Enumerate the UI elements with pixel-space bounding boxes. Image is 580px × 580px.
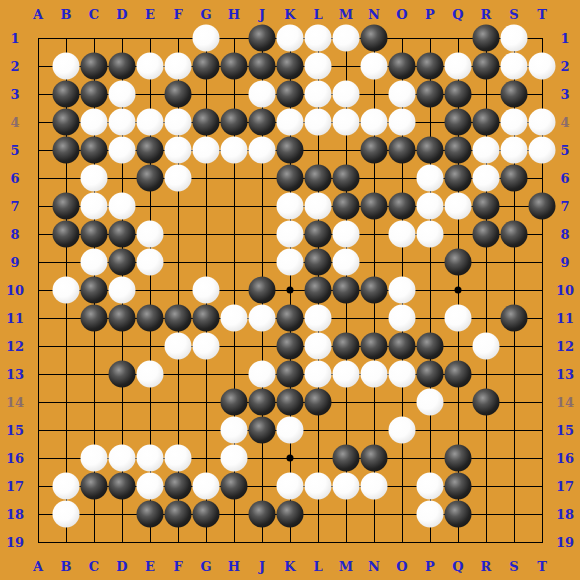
stone-white-L3[interactable] xyxy=(305,81,332,108)
stone-black-O2[interactable] xyxy=(389,53,416,80)
stone-black-K18[interactable] xyxy=(277,501,304,528)
col-label-top: C xyxy=(89,7,99,22)
stone-black-P12[interactable] xyxy=(417,333,444,360)
row-label-right: 3 xyxy=(560,87,569,102)
col-label-bottom: B xyxy=(61,559,72,574)
stone-white-E4[interactable] xyxy=(137,109,164,136)
star-point xyxy=(287,455,294,462)
stone-white-O3[interactable] xyxy=(389,81,416,108)
stone-white-N13[interactable] xyxy=(361,361,388,388)
row-label-right: 19 xyxy=(556,535,574,550)
stone-black-P2[interactable] xyxy=(417,53,444,80)
stone-black-D11[interactable] xyxy=(109,305,136,332)
col-label-bottom: J xyxy=(259,559,265,574)
stone-black-H14[interactable] xyxy=(221,389,248,416)
stone-white-M1[interactable] xyxy=(333,25,360,52)
stone-black-P5[interactable] xyxy=(417,137,444,164)
stone-white-E8[interactable] xyxy=(137,221,164,248)
stone-black-J18[interactable] xyxy=(249,501,276,528)
stone-black-C5[interactable] xyxy=(81,137,108,164)
stone-white-D4[interactable] xyxy=(109,109,136,136)
row-label-right: 18 xyxy=(556,507,574,522)
stone-white-S2[interactable] xyxy=(501,53,528,80)
stone-black-D8[interactable] xyxy=(109,221,136,248)
stone-black-S8[interactable] xyxy=(501,221,528,248)
stone-white-P7[interactable] xyxy=(417,193,444,220)
stone-black-K11[interactable] xyxy=(277,305,304,332)
stone-white-Q2[interactable] xyxy=(445,53,472,80)
stone-white-E17[interactable] xyxy=(137,473,164,500)
row-label-left: 5 xyxy=(10,143,19,158)
stone-black-H4[interactable] xyxy=(221,109,248,136)
col-label-bottom: D xyxy=(116,559,127,574)
stone-black-L6[interactable] xyxy=(305,165,332,192)
star-point xyxy=(455,287,462,294)
col-label-top: T xyxy=(537,7,547,22)
stone-white-C7[interactable] xyxy=(81,193,108,220)
stone-black-T7[interactable] xyxy=(529,193,556,220)
stone-white-C4[interactable] xyxy=(81,109,108,136)
col-label-bottom: H xyxy=(228,559,240,574)
stone-white-H16[interactable] xyxy=(221,445,248,472)
stone-white-D5[interactable] xyxy=(109,137,136,164)
stone-black-R1[interactable] xyxy=(473,25,500,52)
stone-white-K9[interactable] xyxy=(277,249,304,276)
stone-white-N4[interactable] xyxy=(361,109,388,136)
stone-black-Q6[interactable] xyxy=(445,165,472,192)
row-label-left: 4 xyxy=(10,115,19,130)
stone-black-N5[interactable] xyxy=(361,137,388,164)
stone-black-K14[interactable] xyxy=(277,389,304,416)
stone-black-M6[interactable] xyxy=(333,165,360,192)
stone-black-C17[interactable] xyxy=(81,473,108,500)
stone-white-M9[interactable] xyxy=(333,249,360,276)
stone-white-R12[interactable] xyxy=(473,333,500,360)
row-label-right: 2 xyxy=(560,59,569,74)
row-label-left: 6 xyxy=(10,171,19,186)
stone-black-S11[interactable] xyxy=(501,305,528,332)
stone-white-B18[interactable] xyxy=(53,501,80,528)
row-label-left: 3 xyxy=(10,87,19,102)
col-label-bottom: P xyxy=(425,559,435,574)
stone-black-P3[interactable] xyxy=(417,81,444,108)
stone-black-F3[interactable] xyxy=(165,81,192,108)
col-label-bottom: T xyxy=(537,559,547,574)
row-label-left: 7 xyxy=(10,199,19,214)
row-label-left: 9 xyxy=(10,255,19,270)
col-label-top: H xyxy=(228,7,240,22)
stone-white-G5[interactable] xyxy=(193,137,220,164)
stone-black-E5[interactable] xyxy=(137,137,164,164)
stone-black-S6[interactable] xyxy=(501,165,528,192)
stone-white-J11[interactable] xyxy=(249,305,276,332)
stone-white-M8[interactable] xyxy=(333,221,360,248)
stone-white-C9[interactable] xyxy=(81,249,108,276)
stone-white-E2[interactable] xyxy=(137,53,164,80)
stone-black-K2[interactable] xyxy=(277,53,304,80)
stone-white-Q7[interactable] xyxy=(445,193,472,220)
stone-black-G18[interactable] xyxy=(193,501,220,528)
row-label-left: 18 xyxy=(6,507,24,522)
stone-black-F18[interactable] xyxy=(165,501,192,528)
stone-white-O11[interactable] xyxy=(389,305,416,332)
stone-white-S4[interactable] xyxy=(501,109,528,136)
col-label-bottom: F xyxy=(173,559,182,574)
stone-black-P13[interactable] xyxy=(417,361,444,388)
stone-black-K12[interactable] xyxy=(277,333,304,360)
stone-black-Q4[interactable] xyxy=(445,109,472,136)
col-label-top: Q xyxy=(452,7,463,22)
col-label-top: A xyxy=(33,7,43,22)
stone-black-O5[interactable] xyxy=(389,137,416,164)
stone-white-O10[interactable] xyxy=(389,277,416,304)
stone-black-J14[interactable] xyxy=(249,389,276,416)
stone-white-G17[interactable] xyxy=(193,473,220,500)
col-label-top: B xyxy=(61,7,72,22)
stone-white-T2[interactable] xyxy=(529,53,556,80)
stone-black-M7[interactable] xyxy=(333,193,360,220)
stone-white-J5[interactable] xyxy=(249,137,276,164)
col-label-bottom: N xyxy=(368,559,380,574)
stone-white-L2[interactable] xyxy=(305,53,332,80)
stone-black-H2[interactable] xyxy=(221,53,248,80)
stone-white-H11[interactable] xyxy=(221,305,248,332)
col-label-top: P xyxy=(425,7,435,22)
stone-white-F6[interactable] xyxy=(165,165,192,192)
col-label-top: K xyxy=(284,7,295,22)
stone-white-N2[interactable] xyxy=(361,53,388,80)
stone-white-L17[interactable] xyxy=(305,473,332,500)
stone-white-B10[interactable] xyxy=(53,277,80,304)
stone-white-H5[interactable] xyxy=(221,137,248,164)
stone-black-K5[interactable] xyxy=(277,137,304,164)
col-label-bottom: S xyxy=(509,559,518,574)
stone-white-D16[interactable] xyxy=(109,445,136,472)
stone-black-M10[interactable] xyxy=(333,277,360,304)
stone-white-F16[interactable] xyxy=(165,445,192,472)
stone-white-S1[interactable] xyxy=(501,25,528,52)
stone-black-D13[interactable] xyxy=(109,361,136,388)
stone-white-M13[interactable] xyxy=(333,361,360,388)
col-label-bottom: G xyxy=(200,559,211,574)
row-label-left: 13 xyxy=(6,367,24,382)
stone-black-B8[interactable] xyxy=(53,221,80,248)
stone-black-J1[interactable] xyxy=(249,25,276,52)
stone-black-Q17[interactable] xyxy=(445,473,472,500)
stone-black-N7[interactable] xyxy=(361,193,388,220)
stone-black-H17[interactable] xyxy=(221,473,248,500)
stone-black-C2[interactable] xyxy=(81,53,108,80)
stone-white-K1[interactable] xyxy=(277,25,304,52)
stone-black-R2[interactable] xyxy=(473,53,500,80)
stone-black-D17[interactable] xyxy=(109,473,136,500)
col-label-top: D xyxy=(116,7,127,22)
col-label-top: L xyxy=(313,7,322,22)
col-label-top: N xyxy=(368,7,380,22)
stone-black-C8[interactable] xyxy=(81,221,108,248)
stone-white-P17[interactable] xyxy=(417,473,444,500)
col-label-top: O xyxy=(396,7,407,22)
stone-white-C16[interactable] xyxy=(81,445,108,472)
stone-white-O8[interactable] xyxy=(389,221,416,248)
stone-white-K8[interactable] xyxy=(277,221,304,248)
stone-black-J2[interactable] xyxy=(249,53,276,80)
stone-white-D3[interactable] xyxy=(109,81,136,108)
stone-black-B5[interactable] xyxy=(53,137,80,164)
row-label-right: 11 xyxy=(556,311,574,326)
stone-white-K7[interactable] xyxy=(277,193,304,220)
stone-black-M16[interactable] xyxy=(333,445,360,472)
col-label-top: R xyxy=(481,7,492,22)
stone-black-F11[interactable] xyxy=(165,305,192,332)
col-label-bottom: A xyxy=(33,559,43,574)
stone-black-N1[interactable] xyxy=(361,25,388,52)
stone-white-K17[interactable] xyxy=(277,473,304,500)
col-label-bottom: K xyxy=(284,559,295,574)
stone-black-C10[interactable] xyxy=(81,277,108,304)
row-label-left: 19 xyxy=(6,535,24,550)
row-label-right: 16 xyxy=(556,451,574,466)
col-label-bottom: O xyxy=(396,559,407,574)
stone-black-L14[interactable] xyxy=(305,389,332,416)
stone-black-J15[interactable] xyxy=(249,417,276,444)
stone-white-F4[interactable] xyxy=(165,109,192,136)
stone-white-F12[interactable] xyxy=(165,333,192,360)
row-label-left: 2 xyxy=(10,59,19,74)
stone-white-L4[interactable] xyxy=(305,109,332,136)
stone-black-J4[interactable] xyxy=(249,109,276,136)
stone-black-D2[interactable] xyxy=(109,53,136,80)
stone-black-Q5[interactable] xyxy=(445,137,472,164)
stone-black-N16[interactable] xyxy=(361,445,388,472)
stone-white-L7[interactable] xyxy=(305,193,332,220)
row-label-right: 15 xyxy=(556,423,574,438)
row-label-right: 5 xyxy=(560,143,569,158)
stone-black-Q13[interactable] xyxy=(445,361,472,388)
col-label-top: E xyxy=(145,7,155,22)
stone-white-K4[interactable] xyxy=(277,109,304,136)
stone-black-R14[interactable] xyxy=(473,389,500,416)
stone-white-T5[interactable] xyxy=(529,137,556,164)
stone-black-J10[interactable] xyxy=(249,277,276,304)
col-label-top: F xyxy=(173,7,182,22)
row-label-left: 1 xyxy=(10,31,19,46)
stone-white-O15[interactable] xyxy=(389,417,416,444)
stone-white-E13[interactable] xyxy=(137,361,164,388)
row-label-left: 12 xyxy=(6,339,24,354)
grid-line-h xyxy=(38,542,543,543)
row-label-right: 17 xyxy=(556,479,574,494)
stone-white-G10[interactable] xyxy=(193,277,220,304)
col-label-bottom: E xyxy=(145,559,155,574)
stone-black-C3[interactable] xyxy=(81,81,108,108)
stone-black-N10[interactable] xyxy=(361,277,388,304)
stone-black-K3[interactable] xyxy=(277,81,304,108)
col-label-top: M xyxy=(339,7,353,22)
stone-white-O13[interactable] xyxy=(389,361,416,388)
col-label-bottom: M xyxy=(339,559,353,574)
stone-white-E16[interactable] xyxy=(137,445,164,472)
stone-black-E6[interactable] xyxy=(137,165,164,192)
stone-white-M4[interactable] xyxy=(333,109,360,136)
row-label-right: 14 xyxy=(556,395,574,410)
grid-line-v xyxy=(430,38,431,543)
stone-white-R5[interactable] xyxy=(473,137,500,164)
col-label-top: J xyxy=(259,7,265,22)
stone-white-F2[interactable] xyxy=(165,53,192,80)
stone-black-B4[interactable] xyxy=(53,109,80,136)
stone-black-G11[interactable] xyxy=(193,305,220,332)
stone-white-P14[interactable] xyxy=(417,389,444,416)
col-label-top: G xyxy=(200,7,211,22)
stone-black-S3[interactable] xyxy=(501,81,528,108)
row-label-left: 10 xyxy=(6,283,24,298)
stone-white-B2[interactable] xyxy=(53,53,80,80)
row-label-left: 15 xyxy=(6,423,24,438)
stone-white-M17[interactable] xyxy=(333,473,360,500)
stone-black-R7[interactable] xyxy=(473,193,500,220)
stone-white-S5[interactable] xyxy=(501,137,528,164)
stone-white-P8[interactable] xyxy=(417,221,444,248)
stone-black-L8[interactable] xyxy=(305,221,332,248)
col-label-bottom: Q xyxy=(452,559,463,574)
stone-white-Q11[interactable] xyxy=(445,305,472,332)
stone-black-B3[interactable] xyxy=(53,81,80,108)
stone-white-G12[interactable] xyxy=(193,333,220,360)
stone-white-G1[interactable] xyxy=(193,25,220,52)
stone-white-E9[interactable] xyxy=(137,249,164,276)
stone-black-R8[interactable] xyxy=(473,221,500,248)
stone-black-Q16[interactable] xyxy=(445,445,472,472)
row-label-right: 9 xyxy=(560,255,569,270)
stone-white-J3[interactable] xyxy=(249,81,276,108)
stone-white-P18[interactable] xyxy=(417,501,444,528)
row-label-left: 16 xyxy=(6,451,24,466)
row-label-right: 12 xyxy=(556,339,574,354)
col-label-top: S xyxy=(509,7,518,22)
stone-black-N12[interactable] xyxy=(361,333,388,360)
row-label-right: 8 xyxy=(560,227,569,242)
stone-black-Q18[interactable] xyxy=(445,501,472,528)
row-label-left: 11 xyxy=(6,311,24,326)
stone-white-L12[interactable] xyxy=(305,333,332,360)
stone-black-D9[interactable] xyxy=(109,249,136,276)
stone-white-N17[interactable] xyxy=(361,473,388,500)
row-label-left: 17 xyxy=(6,479,24,494)
row-label-right: 1 xyxy=(560,31,569,46)
stone-black-K13[interactable] xyxy=(277,361,304,388)
stone-white-D7[interactable] xyxy=(109,193,136,220)
stone-white-C6[interactable] xyxy=(81,165,108,192)
col-label-bottom: R xyxy=(481,559,492,574)
row-label-right: 6 xyxy=(560,171,569,186)
stone-black-Q3[interactable] xyxy=(445,81,472,108)
col-label-bottom: L xyxy=(313,559,322,574)
row-label-right: 13 xyxy=(556,367,574,382)
stone-black-G4[interactable] xyxy=(193,109,220,136)
stone-white-F5[interactable] xyxy=(165,137,192,164)
stone-black-K6[interactable] xyxy=(277,165,304,192)
stone-black-O7[interactable] xyxy=(389,193,416,220)
stone-white-K15[interactable] xyxy=(277,417,304,444)
stone-black-Q9[interactable] xyxy=(445,249,472,276)
stone-black-C11[interactable] xyxy=(81,305,108,332)
stone-white-L13[interactable] xyxy=(305,361,332,388)
row-label-left: 14 xyxy=(6,395,24,410)
stone-black-L10[interactable] xyxy=(305,277,332,304)
row-label-right: 7 xyxy=(560,199,569,214)
stone-black-G2[interactable] xyxy=(193,53,220,80)
stone-black-E11[interactable] xyxy=(137,305,164,332)
stone-white-M3[interactable] xyxy=(333,81,360,108)
stone-white-H15[interactable] xyxy=(221,417,248,444)
stone-white-L11[interactable] xyxy=(305,305,332,332)
stone-white-T4[interactable] xyxy=(529,109,556,136)
stone-white-R6[interactable] xyxy=(473,165,500,192)
stone-white-O4[interactable] xyxy=(389,109,416,136)
stone-black-F17[interactable] xyxy=(165,473,192,500)
col-label-bottom: C xyxy=(89,559,99,574)
stone-black-L9[interactable] xyxy=(305,249,332,276)
stone-black-O12[interactable] xyxy=(389,333,416,360)
stone-black-B7[interactable] xyxy=(53,193,80,220)
stone-white-J13[interactable] xyxy=(249,361,276,388)
stone-black-M12[interactable] xyxy=(333,333,360,360)
stone-white-P6[interactable] xyxy=(417,165,444,192)
row-label-right: 10 xyxy=(556,283,574,298)
stone-black-R4[interactable] xyxy=(473,109,500,136)
row-label-right: 4 xyxy=(560,115,569,130)
row-label-left: 8 xyxy=(10,227,19,242)
go-board-app: AABBCCDDEEFFGGHHJJKKLLMMNNOOPPQQRRSSTT11… xyxy=(0,0,580,580)
stone-white-B17[interactable] xyxy=(53,473,80,500)
stone-white-L1[interactable] xyxy=(305,25,332,52)
star-point xyxy=(287,287,294,294)
stone-white-D10[interactable] xyxy=(109,277,136,304)
stone-black-E18[interactable] xyxy=(137,501,164,528)
